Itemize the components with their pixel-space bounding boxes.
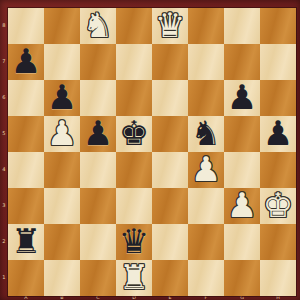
- square-d7[interactable]: [116, 44, 152, 80]
- rank-labels: 87654321: [0, 8, 8, 296]
- white-pawn[interactable]: ♟: [227, 187, 257, 223]
- white-pawn[interactable]: ♟: [47, 115, 77, 151]
- square-g5[interactable]: [224, 116, 260, 152]
- square-d1[interactable]: ♜: [116, 260, 152, 296]
- square-g3[interactable]: ♟: [224, 188, 260, 224]
- square-e4[interactable]: [152, 152, 188, 188]
- square-h5[interactable]: ♟: [260, 116, 296, 152]
- square-b8[interactable]: [44, 8, 80, 44]
- square-d5[interactable]: ♚: [116, 116, 152, 152]
- square-d6[interactable]: [116, 80, 152, 116]
- square-a4[interactable]: [8, 152, 44, 188]
- square-g7[interactable]: [224, 44, 260, 80]
- square-h6[interactable]: [260, 80, 296, 116]
- square-f4[interactable]: ♟: [188, 152, 224, 188]
- square-h3[interactable]: ♚: [260, 188, 296, 224]
- square-e8[interactable]: ♛: [152, 8, 188, 44]
- rank-label-8: 8: [1, 9, 8, 40]
- square-b1[interactable]: [44, 260, 80, 296]
- square-c4[interactable]: [80, 152, 116, 188]
- white-king[interactable]: ♚: [263, 187, 293, 223]
- square-f7[interactable]: [188, 44, 224, 80]
- square-e2[interactable]: [152, 224, 188, 260]
- square-c2[interactable]: [80, 224, 116, 260]
- black-pawn[interactable]: ♟: [227, 79, 257, 115]
- rank-label-6: 6: [1, 81, 8, 112]
- white-queen[interactable]: ♛: [155, 7, 185, 43]
- square-h2[interactable]: [260, 224, 296, 260]
- square-b3[interactable]: [44, 188, 80, 224]
- square-c7[interactable]: [80, 44, 116, 80]
- square-g1[interactable]: [224, 260, 260, 296]
- black-king[interactable]: ♚: [119, 115, 149, 151]
- square-f2[interactable]: [188, 224, 224, 260]
- square-c6[interactable]: [80, 80, 116, 116]
- black-pawn[interactable]: ♟: [47, 79, 77, 115]
- square-a1[interactable]: [8, 260, 44, 296]
- square-c1[interactable]: [80, 260, 116, 296]
- square-e1[interactable]: [152, 260, 188, 296]
- rank-label-7: 7: [1, 45, 8, 76]
- square-a7[interactable]: ♟: [8, 44, 44, 80]
- black-pawn[interactable]: ♟: [83, 115, 113, 151]
- square-a2[interactable]: ♜: [8, 224, 44, 260]
- square-a6[interactable]: [8, 80, 44, 116]
- square-a3[interactable]: [8, 188, 44, 224]
- square-e5[interactable]: [152, 116, 188, 152]
- square-b7[interactable]: [44, 44, 80, 80]
- black-knight[interactable]: ♞: [191, 115, 221, 151]
- square-a5[interactable]: [8, 116, 44, 152]
- white-knight[interactable]: ♞: [83, 7, 113, 43]
- square-g4[interactable]: [224, 152, 260, 188]
- black-rook[interactable]: ♜: [11, 223, 41, 259]
- square-c5[interactable]: ♟: [80, 116, 116, 152]
- black-queen[interactable]: ♛: [119, 223, 149, 259]
- square-e6[interactable]: [152, 80, 188, 116]
- square-f5[interactable]: ♞: [188, 116, 224, 152]
- square-g2[interactable]: [224, 224, 260, 260]
- chess-board-frame: 87654321 ABCDEFGH ♞♛♟♟♟♟♟♚♞♟♟♟♚♜♛♜: [0, 0, 300, 300]
- square-e3[interactable]: [152, 188, 188, 224]
- square-g8[interactable]: [224, 8, 260, 44]
- square-f3[interactable]: [188, 188, 224, 224]
- white-pawn[interactable]: ♟: [191, 151, 221, 187]
- rank-label-1: 1: [1, 261, 8, 292]
- white-rook[interactable]: ♜: [119, 259, 149, 295]
- square-f1[interactable]: [188, 260, 224, 296]
- square-b2[interactable]: [44, 224, 80, 260]
- chess-board: ♞♛♟♟♟♟♟♚♞♟♟♟♚♜♛♜: [8, 8, 296, 296]
- square-g6[interactable]: ♟: [224, 80, 260, 116]
- square-a8[interactable]: [8, 8, 44, 44]
- square-b4[interactable]: [44, 152, 80, 188]
- square-h1[interactable]: [260, 260, 296, 296]
- rank-label-5: 5: [1, 117, 8, 148]
- square-d8[interactable]: [116, 8, 152, 44]
- square-b6[interactable]: ♟: [44, 80, 80, 116]
- square-f8[interactable]: [188, 8, 224, 44]
- square-e7[interactable]: [152, 44, 188, 80]
- square-b5[interactable]: ♟: [44, 116, 80, 152]
- square-h8[interactable]: [260, 8, 296, 44]
- black-pawn[interactable]: ♟: [263, 115, 293, 151]
- rank-label-4: 4: [1, 153, 8, 184]
- square-h7[interactable]: [260, 44, 296, 80]
- square-h4[interactable]: [260, 152, 296, 188]
- square-d3[interactable]: [116, 188, 152, 224]
- rank-label-2: 2: [1, 225, 8, 256]
- square-d2[interactable]: ♛: [116, 224, 152, 260]
- square-d4[interactable]: [116, 152, 152, 188]
- square-f6[interactable]: [188, 80, 224, 116]
- square-c3[interactable]: [80, 188, 116, 224]
- black-pawn[interactable]: ♟: [11, 43, 41, 79]
- rank-label-3: 3: [1, 189, 8, 220]
- square-c8[interactable]: ♞: [80, 8, 116, 44]
